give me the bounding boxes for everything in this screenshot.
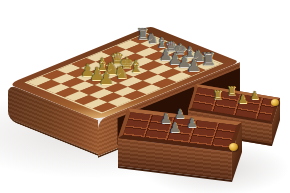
white-pawn: ♟: [238, 93, 249, 105]
white-bishop: ♝: [128, 58, 143, 75]
chess-set-photo: ♜♞♝♛♚♝♞♜♟♟♟♟♛♚♝♝♞♞♟♟♟♟♟♟♟♜♜♟♟: [0, 0, 290, 193]
black-rook: ♜: [201, 50, 217, 68]
white-knight: ♞: [114, 64, 129, 81]
front-drawer-knob-icon: [229, 143, 238, 151]
white-rook: ♜: [213, 89, 224, 101]
back-drawer-knob-icon: [271, 99, 279, 106]
black-pawn: ♟: [186, 57, 201, 74]
white-rook: ♜: [227, 85, 238, 97]
white-pawn: ♟: [250, 90, 260, 101]
black-pawn: ♟: [169, 120, 182, 134]
black-pawn: ♟: [186, 116, 198, 129]
white-pawn: ♟: [98, 69, 114, 87]
